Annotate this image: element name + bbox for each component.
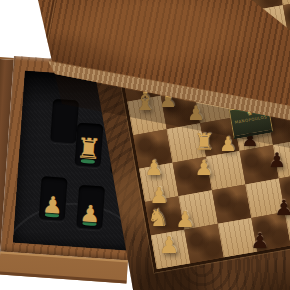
piece-white-pawn-a4[interactable]: ♟ [140, 153, 168, 183]
piece-black-pawn-e2[interactable]: ♟ [270, 193, 290, 223]
piece-white-pawn-c3[interactable]: ♟ [190, 153, 218, 183]
piece-white-knight-a2[interactable]: ♞ [144, 203, 172, 233]
piece-black-pawn-c1[interactable]: ♟ [246, 226, 274, 256]
piece-black-pawn-e3[interactable]: ♟ [263, 145, 290, 175]
piece-white-pawn-a1[interactable]: ♟ [155, 230, 183, 260]
product-photo-scene: ♜♟♟ ♝♟♟♜♟♟♟♟♞♟♟♟♟♟♟ ♞ MANOPOULOS [0, 0, 290, 290]
